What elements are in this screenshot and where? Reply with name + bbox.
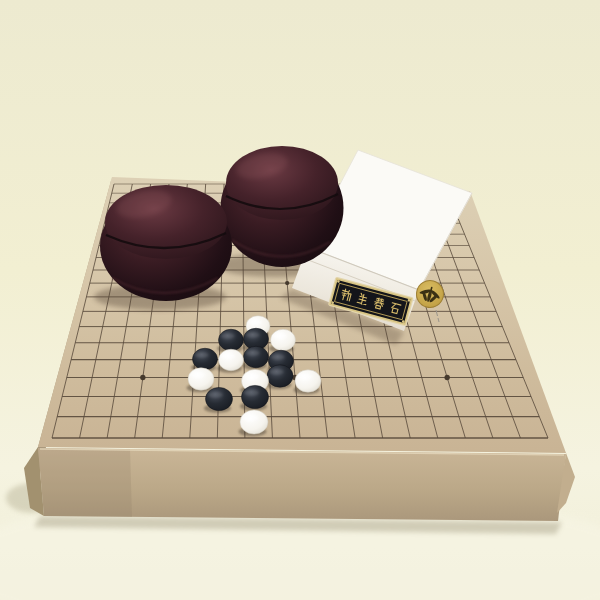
stone-highlight — [273, 333, 287, 339]
stone-body — [295, 370, 321, 392]
stone-highlight — [248, 319, 261, 325]
stone-body — [240, 410, 268, 434]
stone-body — [188, 368, 214, 390]
star-point-16-4 — [444, 375, 449, 380]
stone-highlight — [244, 373, 259, 379]
stone-highlight — [208, 391, 223, 397]
stone-highlight — [298, 374, 312, 380]
star-point-10-10 — [285, 281, 289, 285]
stone-body — [206, 387, 233, 410]
stone-body — [193, 348, 218, 370]
stone-highlight — [246, 332, 260, 338]
stone-body — [271, 329, 296, 351]
stone-body — [219, 349, 244, 371]
stone-highlight — [270, 369, 284, 375]
stone-highlight — [246, 350, 260, 356]
go-set-photo: 新生碁石 — [0, 0, 600, 600]
stone-highlight — [221, 333, 235, 339]
stone-highlight — [244, 389, 259, 395]
stone-body — [242, 385, 269, 408]
stone-highlight — [221, 353, 235, 359]
scene-photo — [0, 0, 600, 600]
stone-body — [267, 365, 293, 387]
board-front-face-left-shade — [38, 448, 132, 517]
star-point-4-4 — [140, 375, 145, 380]
stone-body — [244, 346, 269, 368]
stone-body — [219, 329, 244, 351]
stone-highlight — [271, 354, 285, 360]
stone-highlight — [195, 352, 209, 358]
stone-highlight — [191, 372, 205, 378]
go-bowl-right — [221, 146, 344, 267]
go-bowl-left — [100, 185, 232, 301]
stone-highlight — [243, 414, 258, 421]
